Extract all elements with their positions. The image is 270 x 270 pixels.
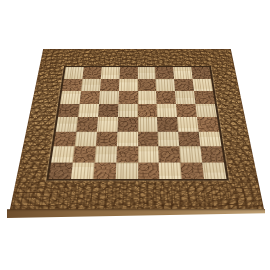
square-h6[interactable] bbox=[194, 91, 215, 104]
square-c3[interactable] bbox=[96, 131, 118, 146]
square-g5[interactable] bbox=[176, 104, 197, 117]
square-b2[interactable] bbox=[73, 146, 96, 162]
square-d1[interactable] bbox=[115, 162, 137, 179]
square-e1[interactable] bbox=[138, 162, 160, 179]
square-h7[interactable] bbox=[193, 79, 213, 91]
square-e2[interactable] bbox=[138, 146, 160, 162]
square-d5[interactable] bbox=[118, 104, 138, 117]
square-a2[interactable] bbox=[51, 146, 74, 162]
square-a8[interactable] bbox=[64, 67, 84, 79]
square-e7[interactable] bbox=[137, 79, 156, 91]
square-c6[interactable] bbox=[99, 91, 119, 104]
square-d7[interactable] bbox=[119, 79, 138, 91]
square-h5[interactable] bbox=[196, 104, 217, 117]
playing-field bbox=[46, 66, 229, 180]
square-e6[interactable] bbox=[137, 91, 156, 104]
square-a7[interactable] bbox=[62, 79, 82, 91]
square-a6[interactable] bbox=[60, 91, 81, 104]
square-f2[interactable] bbox=[159, 146, 181, 162]
square-e3[interactable] bbox=[138, 131, 159, 146]
square-e5[interactable] bbox=[137, 104, 157, 117]
square-h4[interactable] bbox=[197, 117, 219, 131]
square-b4[interactable] bbox=[76, 117, 97, 131]
square-b8[interactable] bbox=[82, 67, 101, 79]
chess-board bbox=[10, 49, 265, 210]
square-a1[interactable] bbox=[49, 162, 73, 179]
square-g7[interactable] bbox=[174, 79, 194, 91]
square-d8[interactable] bbox=[119, 67, 137, 79]
square-h3[interactable] bbox=[199, 131, 222, 146]
square-c2[interactable] bbox=[94, 146, 116, 162]
square-h2[interactable] bbox=[200, 146, 223, 162]
square-b7[interactable] bbox=[81, 79, 101, 91]
board-front-edge bbox=[7, 209, 265, 218]
square-c5[interactable] bbox=[98, 104, 118, 117]
square-a4[interactable] bbox=[56, 117, 78, 131]
square-g3[interactable] bbox=[178, 131, 200, 146]
square-d4[interactable] bbox=[117, 117, 137, 131]
square-b6[interactable] bbox=[79, 91, 99, 104]
square-f3[interactable] bbox=[158, 131, 180, 146]
square-h8[interactable] bbox=[191, 67, 211, 79]
square-e4[interactable] bbox=[137, 117, 157, 131]
square-c7[interactable] bbox=[100, 79, 119, 91]
square-g4[interactable] bbox=[177, 117, 199, 131]
square-f4[interactable] bbox=[157, 117, 178, 131]
square-b1[interactable] bbox=[71, 162, 94, 179]
square-g8[interactable] bbox=[173, 67, 192, 79]
square-c8[interactable] bbox=[101, 67, 120, 79]
square-f1[interactable] bbox=[159, 162, 182, 179]
square-c4[interactable] bbox=[97, 117, 118, 131]
photo-background bbox=[0, 0, 270, 270]
board-squares bbox=[49, 67, 227, 179]
square-g2[interactable] bbox=[179, 146, 202, 162]
square-b5[interactable] bbox=[78, 104, 99, 117]
square-c1[interactable] bbox=[93, 162, 116, 179]
square-d2[interactable] bbox=[116, 146, 138, 162]
square-f6[interactable] bbox=[156, 91, 176, 104]
square-d3[interactable] bbox=[117, 131, 138, 146]
square-a3[interactable] bbox=[54, 131, 77, 146]
square-d6[interactable] bbox=[118, 91, 137, 104]
square-b3[interactable] bbox=[75, 131, 97, 146]
square-f5[interactable] bbox=[157, 104, 177, 117]
square-f7[interactable] bbox=[156, 79, 175, 91]
square-g1[interactable] bbox=[181, 162, 205, 179]
square-a5[interactable] bbox=[58, 104, 79, 117]
square-h1[interactable] bbox=[202, 162, 226, 179]
square-f8[interactable] bbox=[155, 67, 174, 79]
square-g6[interactable] bbox=[175, 91, 195, 104]
square-e8[interactable] bbox=[137, 67, 155, 79]
